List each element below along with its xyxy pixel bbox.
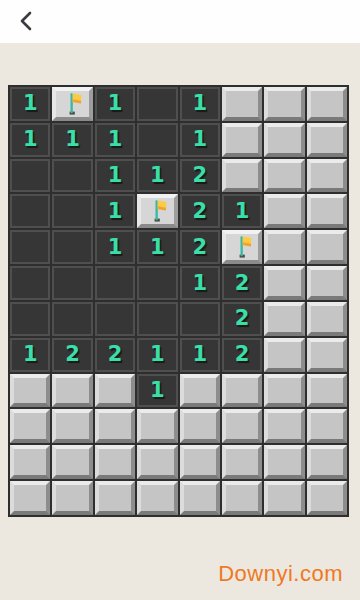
board: 11111111121211121221221121 xyxy=(8,85,349,517)
cell-r2c4[interactable] xyxy=(137,123,177,157)
cell-r5c8[interactable] xyxy=(307,230,347,264)
cell-r12c3[interactable] xyxy=(95,481,135,515)
back-button[interactable] xyxy=(8,4,44,40)
cell-r6c4[interactable] xyxy=(137,266,177,300)
cell-r3c5[interactable]: 2 xyxy=(180,159,220,193)
cell-r10c8[interactable] xyxy=(307,409,347,443)
cell-r9c7[interactable] xyxy=(264,374,304,408)
cell-r6c2[interactable] xyxy=(52,266,92,300)
cell-r7c5[interactable] xyxy=(180,302,220,336)
cell-r5c1[interactable] xyxy=(10,230,50,264)
cell-r12c7[interactable] xyxy=(264,481,304,515)
cell-r3c8[interactable] xyxy=(307,159,347,193)
cell-r6c8[interactable] xyxy=(307,266,347,300)
cell-r10c3[interactable] xyxy=(95,409,135,443)
cell-r4c1[interactable] xyxy=(10,194,50,228)
cell-r7c2[interactable] xyxy=(52,302,92,336)
cell-r8c1[interactable]: 1 xyxy=(10,338,50,372)
cell-r4c2[interactable] xyxy=(52,194,92,228)
cell-r11c1[interactable] xyxy=(10,445,50,479)
cell-r5c2[interactable] xyxy=(52,230,92,264)
cell-r10c2[interactable] xyxy=(52,409,92,443)
cell-r8c6[interactable]: 2 xyxy=(222,338,262,372)
top-bar xyxy=(0,0,360,43)
flag-icon xyxy=(148,199,167,223)
cell-r9c4[interactable]: 1 xyxy=(137,374,177,408)
cell-r1c8[interactable] xyxy=(307,87,347,121)
cell-r3c3[interactable]: 1 xyxy=(95,159,135,193)
chevron-left-icon xyxy=(15,9,37,36)
watermark: Downyi.com xyxy=(218,561,343,587)
cell-r3c7[interactable] xyxy=(264,159,304,193)
cell-r4c3[interactable]: 1 xyxy=(95,194,135,228)
cell-r9c3[interactable] xyxy=(95,374,135,408)
cell-r2c6[interactable] xyxy=(222,123,262,157)
cell-r11c4[interactable] xyxy=(137,445,177,479)
cell-r9c1[interactable] xyxy=(10,374,50,408)
cell-r6c6[interactable]: 2 xyxy=(222,266,262,300)
cell-r8c4[interactable]: 1 xyxy=(137,338,177,372)
cell-r7c8[interactable] xyxy=(307,302,347,336)
cell-r6c3[interactable] xyxy=(95,266,135,300)
cell-r7c6[interactable]: 2 xyxy=(222,302,262,336)
cell-r8c3[interactable]: 2 xyxy=(95,338,135,372)
cell-r4c8[interactable] xyxy=(307,194,347,228)
cell-r3c1[interactable] xyxy=(10,159,50,193)
cell-r6c1[interactable] xyxy=(10,266,50,300)
cell-r11c8[interactable] xyxy=(307,445,347,479)
cell-r1c3[interactable]: 1 xyxy=(95,87,135,121)
app-screen: 11111111121211121221221121 Downyi.com xyxy=(0,0,360,600)
cell-r7c7[interactable] xyxy=(264,302,304,336)
cell-r10c4[interactable] xyxy=(137,409,177,443)
cell-r1c2[interactable] xyxy=(52,87,92,121)
cell-r11c5[interactable] xyxy=(180,445,220,479)
cell-r3c6[interactable] xyxy=(222,159,262,193)
cell-r4c7[interactable] xyxy=(264,194,304,228)
cell-r12c1[interactable] xyxy=(10,481,50,515)
cell-r9c8[interactable] xyxy=(307,374,347,408)
cell-r3c2[interactable] xyxy=(52,159,92,193)
cell-r5c3[interactable]: 1 xyxy=(95,230,135,264)
cell-r2c8[interactable] xyxy=(307,123,347,157)
cell-r5c5[interactable]: 2 xyxy=(180,230,220,264)
cell-r2c2[interactable]: 1 xyxy=(52,123,92,157)
cell-r12c2[interactable] xyxy=(52,481,92,515)
cell-r6c7[interactable] xyxy=(264,266,304,300)
cell-r12c4[interactable] xyxy=(137,481,177,515)
flag-icon xyxy=(233,235,252,259)
cell-r2c3[interactable]: 1 xyxy=(95,123,135,157)
cell-r7c1[interactable] xyxy=(10,302,50,336)
cell-r8c5[interactable]: 1 xyxy=(180,338,220,372)
cell-r1c1[interactable]: 1 xyxy=(10,87,50,121)
cell-r5c4[interactable]: 1 xyxy=(137,230,177,264)
cell-r9c2[interactable] xyxy=(52,374,92,408)
cell-r4c4[interactable] xyxy=(137,194,177,228)
cell-r7c4[interactable] xyxy=(137,302,177,336)
cell-r10c6[interactable] xyxy=(222,409,262,443)
cell-r11c6[interactable] xyxy=(222,445,262,479)
cell-r1c4[interactable] xyxy=(137,87,177,121)
cell-r6c5[interactable]: 1 xyxy=(180,266,220,300)
cell-r9c6[interactable] xyxy=(222,374,262,408)
cell-r2c7[interactable] xyxy=(264,123,304,157)
cell-r5c7[interactable] xyxy=(264,230,304,264)
cell-r12c6[interactable] xyxy=(222,481,262,515)
cell-r11c7[interactable] xyxy=(264,445,304,479)
cell-r2c1[interactable]: 1 xyxy=(10,123,50,157)
cell-r12c8[interactable] xyxy=(307,481,347,515)
flag-icon xyxy=(63,92,82,116)
cell-r8c2[interactable]: 2 xyxy=(52,338,92,372)
cell-r9c5[interactable] xyxy=(180,374,220,408)
cell-r7c3[interactable] xyxy=(95,302,135,336)
cell-r10c1[interactable] xyxy=(10,409,50,443)
cell-r3c4[interactable]: 1 xyxy=(137,159,177,193)
cell-r5c6[interactable] xyxy=(222,230,262,264)
cell-r10c5[interactable] xyxy=(180,409,220,443)
cell-r2c5[interactable]: 1 xyxy=(180,123,220,157)
cell-r11c2[interactable] xyxy=(52,445,92,479)
cell-r4c6[interactable]: 1 xyxy=(222,194,262,228)
cell-r1c6[interactable] xyxy=(222,87,262,121)
cell-r11c3[interactable] xyxy=(95,445,135,479)
cell-r1c7[interactable] xyxy=(264,87,304,121)
cell-r12c5[interactable] xyxy=(180,481,220,515)
cell-r4c5[interactable]: 2 xyxy=(180,194,220,228)
cell-r10c7[interactable] xyxy=(264,409,304,443)
cell-r1c5[interactable]: 1 xyxy=(180,87,220,121)
cell-r8c7[interactable] xyxy=(264,338,304,372)
cell-r8c8[interactable] xyxy=(307,338,347,372)
